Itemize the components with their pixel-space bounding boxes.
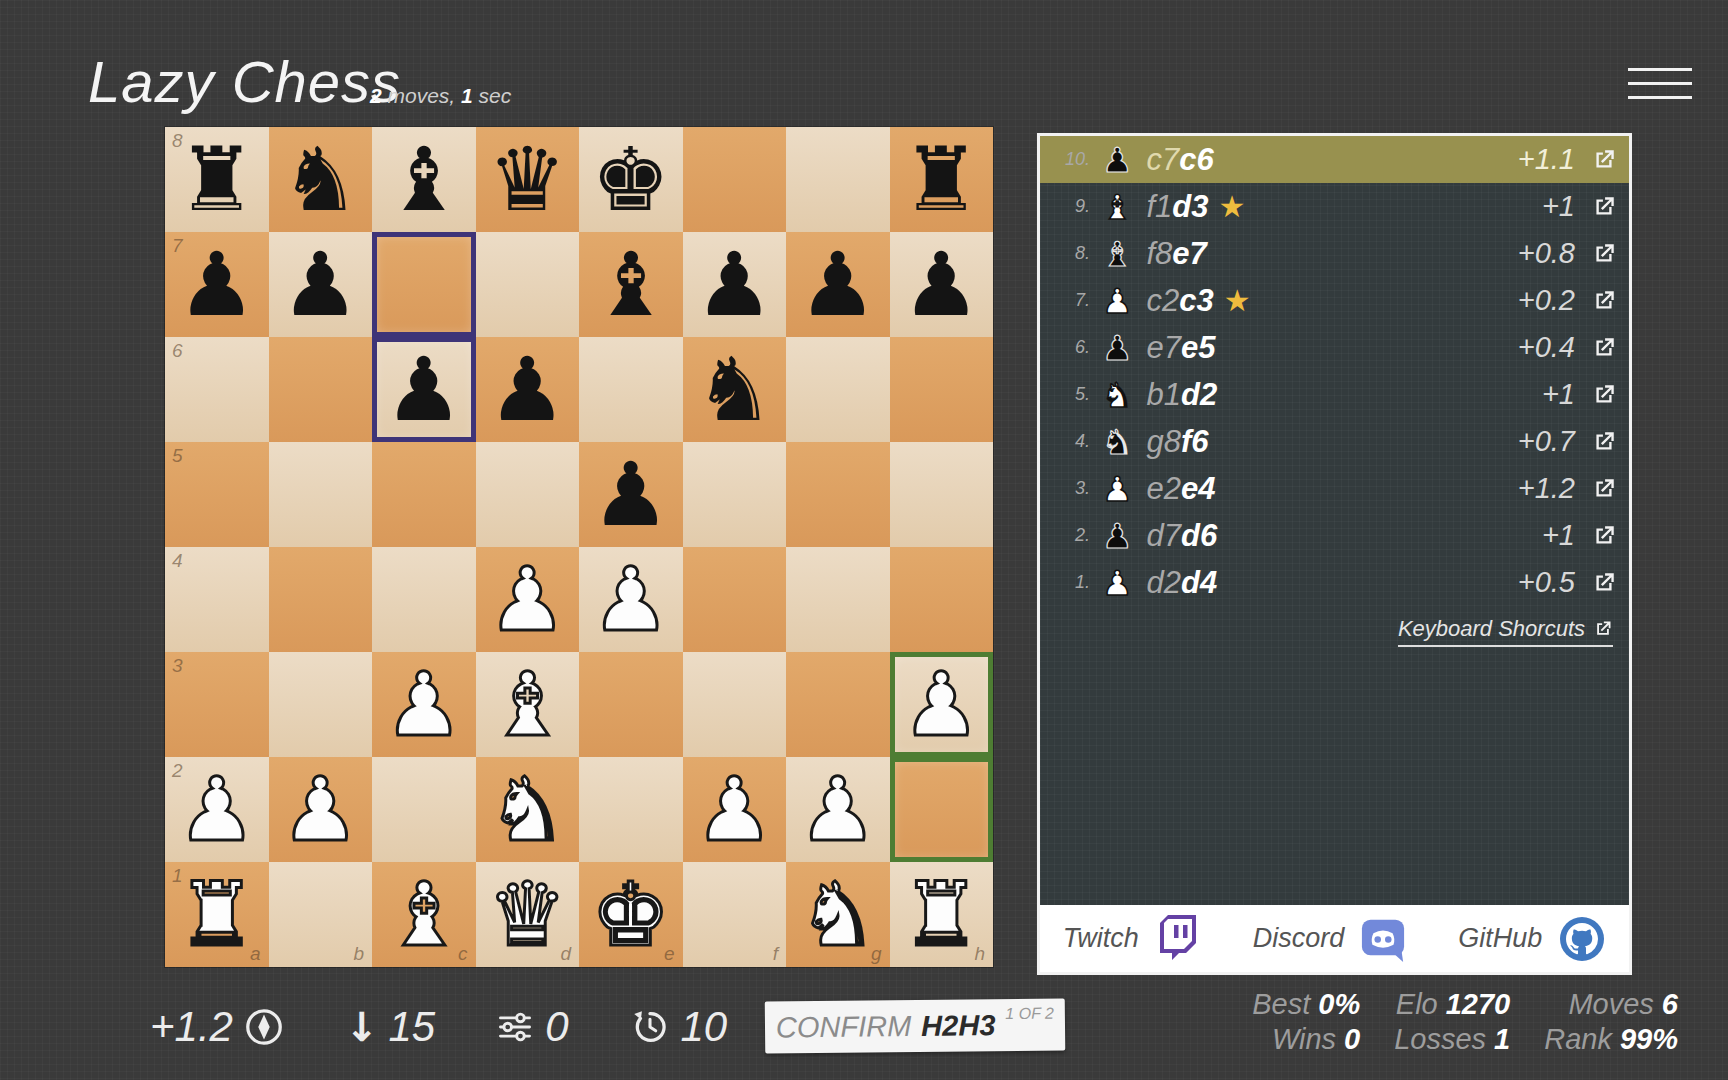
confirm-move-button[interactable]: CONFIRM H2H3 1 OF 2	[765, 998, 1066, 1053]
square-c4[interactable]	[372, 547, 476, 652]
bottom-metrics-bar: +1.2↓15010	[150, 998, 727, 1056]
square-f4[interactable]	[683, 547, 787, 652]
social-label: Discord	[1253, 923, 1345, 954]
move-from: c2	[1146, 283, 1179, 319]
external-link-icon[interactable]	[1591, 429, 1617, 455]
sliders-icon	[495, 1007, 535, 1047]
square-g5[interactable]	[786, 442, 890, 547]
external-link-icon[interactable]	[1591, 570, 1617, 596]
confirm-move-text: H2H3	[921, 1009, 995, 1043]
move-list-panel: 10.♟c7c6+1.19.♝f1d3★+18.♝f8e7+0.87.♟c2c3…	[1037, 133, 1632, 975]
square-f7[interactable]: ♟	[683, 232, 787, 337]
white-pawn-icon: ♟	[1102, 281, 1132, 321]
best-move-star-icon: ★	[1219, 189, 1246, 224]
twitch-icon	[1155, 914, 1201, 964]
rank-label: 1	[172, 865, 183, 887]
rank-label: 5	[172, 445, 183, 467]
white-rook-h1: ♜	[902, 863, 981, 966]
white-pawn-f2: ♟	[695, 758, 774, 861]
external-link-icon[interactable]	[1591, 476, 1617, 502]
move-from: g8	[1146, 424, 1180, 460]
square-d6[interactable]: ♟	[476, 337, 580, 442]
keyboard-shortcuts-label: Keyboard Shorcuts	[1398, 616, 1585, 642]
file-label: f	[773, 943, 778, 965]
square-c6[interactable]: ♟	[372, 337, 476, 442]
square-a4[interactable]: 4	[165, 547, 269, 652]
white-rook-a1: ♜	[177, 863, 256, 966]
move-number: 9.	[1054, 196, 1090, 217]
black-knight-b8: ♞	[281, 128, 360, 231]
square-a5[interactable]: 5	[165, 442, 269, 547]
discord-link[interactable]: Discord	[1253, 916, 1407, 962]
square-h7[interactable]: ♟	[890, 232, 994, 337]
page-subtitle: 2 moves, 1 sec	[370, 84, 511, 108]
move-eval-value: +0.8	[1518, 237, 1575, 270]
square-g8[interactable]	[786, 127, 890, 232]
square-g1[interactable]: g♞	[786, 862, 890, 967]
move-to: e4	[1181, 471, 1215, 507]
black-pawn-a7: ♟	[177, 233, 256, 336]
square-a1[interactable]: 1a♜	[165, 862, 269, 967]
file-label: b	[353, 943, 364, 965]
move-eval-value: +0.4	[1518, 331, 1575, 364]
square-b3[interactable]	[269, 652, 373, 757]
external-link-icon[interactable]	[1591, 288, 1617, 314]
menu-line	[1628, 96, 1692, 99]
move-number: 2.	[1054, 525, 1090, 546]
black-pawn-icon: ♟	[1102, 328, 1132, 368]
square-c3[interactable]: ♟	[372, 652, 476, 757]
move-number: 10.	[1054, 149, 1090, 170]
white-knight-g1: ♞	[798, 863, 877, 966]
square-d7[interactable]	[476, 232, 580, 337]
move-to: d3	[1172, 189, 1208, 225]
square-h3[interactable]: ♟	[890, 652, 994, 757]
move-row[interactable]: 5.♞b1d2+1	[1040, 371, 1629, 418]
white-pawn-g2: ♟	[798, 758, 877, 861]
rank-label: 7	[172, 235, 183, 257]
move-eval-value: +1	[1542, 519, 1575, 552]
square-b7[interactable]: ♟	[269, 232, 373, 337]
player-stats: Best0%Elo1270Moves6Wins0Losses1Rank99%	[1252, 988, 1678, 1056]
twitch-link[interactable]: Twitch	[1063, 914, 1201, 964]
move-row[interactable]: 9.♝f1d3★+1	[1040, 183, 1629, 230]
white-pawn-c3: ♟	[384, 653, 463, 756]
black-pawn-g7: ♟	[798, 233, 877, 336]
black-knight-f6: ♞	[695, 338, 774, 441]
white-bishop-d3: ♝	[488, 653, 567, 756]
square-e2[interactable]	[579, 757, 683, 862]
stat-rank: Rank99%	[1544, 1023, 1678, 1056]
black-queen-d8: ♛	[488, 128, 567, 231]
history-icon	[629, 1006, 671, 1048]
move-to: f6	[1181, 424, 1209, 460]
square-g4[interactable]	[786, 547, 890, 652]
panel-spacer	[1040, 647, 1629, 905]
move-row[interactable]: 4.♞g8f6+0.7	[1040, 418, 1629, 465]
square-b4[interactable]	[269, 547, 373, 652]
square-b2[interactable]: ♟	[269, 757, 373, 862]
square-g7[interactable]: ♟	[786, 232, 890, 337]
move-from: d2	[1146, 565, 1180, 601]
move-from: e7	[1146, 330, 1180, 366]
stat-wins: Wins0	[1272, 1023, 1360, 1056]
white-knight-d2: ♞	[488, 758, 567, 861]
black-king-e8: ♚	[591, 128, 670, 231]
square-e1[interactable]: e♚	[579, 862, 683, 967]
move-eval-value: +0.2	[1518, 284, 1575, 317]
square-f5[interactable]	[683, 442, 787, 547]
black-pawn-icon: ♟	[1102, 140, 1132, 180]
square-g6[interactable]	[786, 337, 890, 442]
black-pawn-e5: ♟	[591, 443, 670, 546]
metric-sliders[interactable]: 0	[495, 1003, 568, 1051]
stat-losses: Losses1	[1394, 1023, 1510, 1056]
square-h1[interactable]: h♜	[890, 862, 994, 967]
stat-label: Losses	[1394, 1023, 1486, 1055]
move-to: c6	[1179, 142, 1213, 178]
move-eval-value: +1	[1542, 378, 1575, 411]
stat-elo: Elo1270	[1396, 988, 1510, 1021]
metric-compass[interactable]: +1.2	[150, 1003, 285, 1051]
square-f3[interactable]	[683, 652, 787, 757]
white-bishop-icon: ♝	[1102, 187, 1132, 227]
menu-icon[interactable]	[1628, 68, 1692, 110]
move-from: c7	[1146, 142, 1179, 178]
github-icon	[1558, 915, 1606, 963]
file-label: e	[664, 943, 675, 965]
move-row[interactable]: 7.♟c2c3★+0.2	[1040, 277, 1629, 324]
menu-line	[1628, 68, 1692, 71]
file-label: a	[250, 943, 261, 965]
stat-value: 0%	[1318, 988, 1360, 1020]
square-b1[interactable]: b	[269, 862, 373, 967]
square-d4[interactable]: ♟	[476, 547, 580, 652]
move-row[interactable]: 1.♟d2d4+0.5	[1040, 559, 1629, 606]
move-row[interactable]: 8.♝f8e7+0.8	[1040, 230, 1629, 277]
move-to: d4	[1181, 565, 1217, 601]
keyboard-shortcuts-link[interactable]: Keyboard Shorcuts	[1398, 616, 1613, 647]
square-f2[interactable]: ♟	[683, 757, 787, 862]
square-a6[interactable]: 6	[165, 337, 269, 442]
move-list: 10.♟c7c6+1.19.♝f1d3★+18.♝f8e7+0.87.♟c2c3…	[1040, 136, 1629, 606]
square-d5[interactable]	[476, 442, 580, 547]
black-pawn-f7: ♟	[695, 233, 774, 336]
social-label: Twitch	[1063, 923, 1139, 954]
square-h2[interactable]	[890, 757, 994, 862]
best-move-star-icon: ★	[1224, 283, 1251, 318]
black-pawn-d6: ♟	[488, 338, 567, 441]
white-pawn-h3: ♟	[902, 653, 981, 756]
discord-icon	[1360, 916, 1406, 962]
move-number: 7.	[1054, 290, 1090, 311]
square-g2[interactable]: ♟	[786, 757, 890, 862]
page-title: Lazy Chess	[88, 48, 401, 115]
square-c5[interactable]	[372, 442, 476, 547]
external-link-icon[interactable]	[1591, 147, 1617, 173]
move-number: 1.	[1054, 572, 1090, 593]
move-from: f1	[1146, 189, 1172, 225]
move-from: f8	[1146, 236, 1172, 272]
square-d1[interactable]: d♛	[476, 862, 580, 967]
square-h4[interactable]	[890, 547, 994, 652]
square-a3[interactable]: 3	[165, 652, 269, 757]
social-links-bar: TwitchDiscordGitHub	[1040, 905, 1629, 972]
square-e8[interactable]: ♚	[579, 127, 683, 232]
move-row[interactable]: 6.♟e7e5+0.4	[1040, 324, 1629, 371]
menu-line	[1628, 82, 1692, 85]
move-row[interactable]: 10.♟c7c6+1.1	[1040, 136, 1629, 183]
white-queen-d1: ♛	[488, 863, 567, 966]
square-f1[interactable]: f	[683, 862, 787, 967]
square-c7[interactable]	[372, 232, 476, 337]
move-to: d2	[1181, 377, 1217, 413]
external-link-icon[interactable]	[1591, 335, 1617, 361]
black-rook-h8: ♜	[902, 128, 981, 231]
white-pawn-d4: ♟	[488, 548, 567, 651]
app-window: Lazy Chess 2 moves, 1 sec 8♜♞♝♛♚♜7♟♟♝♟♟♟…	[0, 0, 1728, 1080]
square-h6[interactable]	[890, 337, 994, 442]
move-eval-value: +1	[1542, 190, 1575, 223]
stat-label: Best	[1252, 988, 1310, 1020]
black-pawn-icon: ♟	[1102, 516, 1132, 556]
black-bishop-e7: ♝	[591, 233, 670, 336]
square-b8[interactable]: ♞	[269, 127, 373, 232]
square-h5[interactable]	[890, 442, 994, 547]
move-to: c3	[1179, 283, 1213, 319]
square-b6[interactable]	[269, 337, 373, 442]
square-c2[interactable]	[372, 757, 476, 862]
metric-history[interactable]: 10	[629, 1003, 728, 1051]
confirm-label: CONFIRM	[776, 1010, 912, 1044]
black-pawn-c6: ♟	[384, 338, 463, 441]
black-pawn-h7: ♟	[902, 233, 981, 336]
file-label: c	[458, 943, 468, 965]
external-link-icon[interactable]	[1591, 194, 1617, 220]
black-pawn-b7: ♟	[281, 233, 360, 336]
rank-label: 6	[172, 340, 183, 362]
compass-icon	[243, 1006, 285, 1048]
move-eval-value: +1.1	[1518, 143, 1575, 176]
subtitle-sec-word: sec	[473, 84, 512, 107]
stat-label: Elo	[1396, 988, 1438, 1020]
stat-moves: Moves6	[1568, 988, 1678, 1021]
stat-value: 6	[1662, 988, 1678, 1020]
white-king-e1: ♚	[591, 863, 670, 966]
move-number: 3.	[1054, 478, 1090, 499]
move-from: d7	[1146, 518, 1180, 554]
stat-label: Rank	[1544, 1023, 1612, 1055]
subtitle-moves-count: 2	[370, 84, 382, 107]
white-pawn-a2: ♟	[177, 758, 256, 861]
square-a7[interactable]: 7♟	[165, 232, 269, 337]
subtitle-moves-word: moves,	[382, 84, 461, 107]
move-number: 4.	[1054, 431, 1090, 452]
square-e7[interactable]: ♝	[579, 232, 683, 337]
black-bishop-icon: ♝	[1102, 234, 1132, 274]
white-knight-icon: ♞	[1102, 375, 1132, 415]
white-pawn-b2: ♟	[281, 758, 360, 861]
square-d3[interactable]: ♝	[476, 652, 580, 757]
square-d2[interactable]: ♞	[476, 757, 580, 862]
social-label: GitHub	[1458, 923, 1542, 954]
move-row[interactable]: 2.♟d7d6+1	[1040, 512, 1629, 559]
square-a8[interactable]: 8♜	[165, 127, 269, 232]
white-pawn-icon: ♟	[1102, 469, 1132, 509]
square-e6[interactable]	[579, 337, 683, 442]
chess-board: 8♜♞♝♛♚♜7♟♟♝♟♟♟6♟♟♞5♟4♟♟3♟♝♟2♟♟♞♟♟1a♜bc♝d…	[165, 127, 993, 967]
square-a2[interactable]: 2♟	[165, 757, 269, 862]
stat-best: Best0%	[1252, 988, 1360, 1021]
stat-value: 1	[1494, 1023, 1510, 1055]
move-number: 5.	[1054, 384, 1090, 405]
rank-label: 8	[172, 130, 183, 152]
metric-down-arrow[interactable]: ↓15	[345, 1003, 435, 1051]
external-link-icon[interactable]	[1591, 523, 1617, 549]
rank-label: 2	[172, 760, 183, 782]
square-e3[interactable]	[579, 652, 683, 757]
metric-value: 10	[681, 1003, 728, 1051]
rank-label: 3	[172, 655, 183, 677]
stat-value: 0	[1344, 1023, 1360, 1055]
square-d8[interactable]: ♛	[476, 127, 580, 232]
move-to: e5	[1181, 330, 1215, 366]
move-from: b1	[1146, 377, 1180, 413]
move-number: 6.	[1054, 337, 1090, 358]
metric-value: 0	[545, 1003, 568, 1051]
file-label: h	[974, 943, 985, 965]
black-rook-a8: ♜	[177, 128, 256, 231]
stat-label: Wins	[1272, 1023, 1336, 1055]
stat-label: Moves	[1568, 988, 1653, 1020]
move-eval-value: +0.7	[1518, 425, 1575, 458]
square-e4[interactable]: ♟	[579, 547, 683, 652]
move-to: d6	[1181, 518, 1217, 554]
black-knight-icon: ♞	[1102, 422, 1132, 462]
square-f8[interactable]	[683, 127, 787, 232]
metric-value: 15	[388, 1003, 435, 1051]
confirm-counter: 1 OF 2	[1005, 1005, 1054, 1024]
white-pawn-icon: ♟	[1102, 563, 1132, 603]
file-label: d	[560, 943, 571, 965]
metric-value: +1.2	[150, 1003, 233, 1051]
external-link-icon	[1593, 619, 1613, 639]
external-link-icon[interactable]	[1591, 241, 1617, 267]
square-h8[interactable]: ♜	[890, 127, 994, 232]
stat-value: 1270	[1446, 988, 1511, 1020]
external-link-icon[interactable]	[1591, 382, 1617, 408]
square-c1[interactable]: c♝	[372, 862, 476, 967]
github-link[interactable]: GitHub	[1458, 915, 1606, 963]
rank-label: 4	[172, 550, 183, 572]
subtitle-sec-count: 1	[461, 84, 473, 107]
square-b5[interactable]	[269, 442, 373, 547]
move-from: e2	[1146, 471, 1180, 507]
square-g3[interactable]	[786, 652, 890, 757]
square-c8[interactable]: ♝	[372, 127, 476, 232]
move-row[interactable]: 3.♟e2e4+1.2	[1040, 465, 1629, 512]
square-f6[interactable]: ♞	[683, 337, 787, 442]
white-pawn-e4: ♟	[591, 548, 670, 651]
white-bishop-c1: ♝	[384, 863, 463, 966]
square-e5[interactable]: ♟	[579, 442, 683, 547]
file-label: g	[871, 943, 882, 965]
black-bishop-c8: ♝	[384, 128, 463, 231]
stat-value: 99%	[1620, 1023, 1678, 1055]
move-eval-value: +1.2	[1518, 472, 1575, 505]
down-arrow-icon: ↓	[345, 1004, 379, 1050]
move-to: e7	[1172, 236, 1206, 272]
move-eval-value: +0.5	[1518, 566, 1575, 599]
move-number: 8.	[1054, 243, 1090, 264]
